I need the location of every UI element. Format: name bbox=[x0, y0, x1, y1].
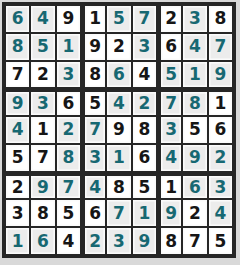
sudoku-cell-r3c3[interactable]: 3 bbox=[57, 62, 80, 88]
sudoku-cell-r7c2[interactable]: 9 bbox=[31, 173, 54, 199]
sudoku-cell-r3c2[interactable]: 2 bbox=[31, 62, 54, 88]
sudoku-cell-r9c7[interactable]: 8 bbox=[158, 228, 181, 254]
sudoku-cell-r4c2[interactable]: 3 bbox=[31, 89, 54, 115]
sudoku-cell-r1c3[interactable]: 9 bbox=[57, 6, 80, 32]
sudoku-cell-r6c1[interactable]: 5 bbox=[6, 145, 29, 171]
sudoku-cell-r8c7[interactable]: 9 bbox=[158, 200, 181, 226]
sudoku-cell-r8c9[interactable]: 4 bbox=[209, 200, 232, 226]
sudoku-cell-r8c2[interactable]: 8 bbox=[31, 200, 54, 226]
sudoku-cell-r2c4[interactable]: 9 bbox=[82, 34, 105, 60]
sudoku-cell-r5c1[interactable]: 4 bbox=[6, 117, 29, 143]
sudoku-cell-r8c8[interactable]: 2 bbox=[183, 200, 206, 226]
sudoku-cell-r6c9[interactable]: 2 bbox=[209, 145, 232, 171]
sudoku-cell-r7c5[interactable]: 8 bbox=[107, 173, 130, 199]
sudoku-cell-r2c9[interactable]: 7 bbox=[209, 34, 232, 60]
sudoku-cell-r6c2[interactable]: 7 bbox=[31, 145, 54, 171]
sudoku-cell-r2c8[interactable]: 4 bbox=[183, 34, 206, 60]
sudoku-cell-r3c1[interactable]: 7 bbox=[6, 62, 29, 88]
sudoku-cell-r3c9[interactable]: 9 bbox=[209, 62, 232, 88]
sudoku-cell-r9c3[interactable]: 4 bbox=[57, 228, 80, 254]
sudoku-cell-r4c4[interactable]: 5 bbox=[82, 89, 105, 115]
sudoku-cell-r9c2[interactable]: 6 bbox=[31, 228, 54, 254]
sudoku-cell-r3c4[interactable]: 8 bbox=[82, 62, 105, 88]
sudoku-cell-r4c9[interactable]: 1 bbox=[209, 89, 232, 115]
sudoku-cell-r1c5[interactable]: 5 bbox=[107, 6, 130, 32]
sudoku-board: 6491572388519236477238645199365427814127… bbox=[2, 2, 236, 258]
sudoku-cell-r9c9[interactable]: 5 bbox=[209, 228, 232, 254]
sudoku-cell-r2c1[interactable]: 8 bbox=[6, 34, 29, 60]
sudoku-cell-r4c1[interactable]: 9 bbox=[6, 89, 29, 115]
sudoku-cell-r1c6[interactable]: 7 bbox=[133, 6, 156, 32]
sudoku-cell-r3c7[interactable]: 5 bbox=[158, 62, 181, 88]
sudoku-cell-r6c5[interactable]: 1 bbox=[107, 145, 130, 171]
sudoku-cell-r8c1[interactable]: 3 bbox=[6, 200, 29, 226]
sudoku-cell-r1c8[interactable]: 3 bbox=[183, 6, 206, 32]
sudoku-cell-r2c3[interactable]: 1 bbox=[57, 34, 80, 60]
sudoku-cell-r6c6[interactable]: 6 bbox=[133, 145, 156, 171]
sudoku-cell-r9c1[interactable]: 1 bbox=[6, 228, 29, 254]
sudoku-cell-r9c6[interactable]: 9 bbox=[133, 228, 156, 254]
sudoku-cell-r8c3[interactable]: 5 bbox=[57, 200, 80, 226]
sudoku-cell-r9c5[interactable]: 3 bbox=[107, 228, 130, 254]
sudoku-cell-r3c6[interactable]: 4 bbox=[133, 62, 156, 88]
sudoku-cell-r7c4[interactable]: 4 bbox=[82, 173, 105, 199]
sudoku-cell-r3c5[interactable]: 6 bbox=[107, 62, 130, 88]
sudoku-cell-r2c7[interactable]: 6 bbox=[158, 34, 181, 60]
sudoku-cell-r8c4[interactable]: 6 bbox=[82, 200, 105, 226]
sudoku-cell-r9c4[interactable]: 2 bbox=[82, 228, 105, 254]
sudoku-cell-r5c4[interactable]: 7 bbox=[82, 117, 105, 143]
sudoku-cell-r2c2[interactable]: 5 bbox=[31, 34, 54, 60]
sudoku-cell-r7c6[interactable]: 5 bbox=[133, 173, 156, 199]
sudoku-cell-r1c7[interactable]: 2 bbox=[158, 6, 181, 32]
sudoku-cell-r4c8[interactable]: 8 bbox=[183, 89, 206, 115]
sudoku-cell-r5c2[interactable]: 1 bbox=[31, 117, 54, 143]
sudoku-cell-r4c3[interactable]: 6 bbox=[57, 89, 80, 115]
sudoku-cell-r1c2[interactable]: 4 bbox=[31, 6, 54, 32]
sudoku-cell-r4c7[interactable]: 7 bbox=[158, 89, 181, 115]
sudoku-cell-r4c6[interactable]: 2 bbox=[133, 89, 156, 115]
sudoku-cell-r5c8[interactable]: 5 bbox=[183, 117, 206, 143]
sudoku-cell-r8c6[interactable]: 1 bbox=[133, 200, 156, 226]
sudoku-cell-r6c7[interactable]: 4 bbox=[158, 145, 181, 171]
sudoku-cell-r7c7[interactable]: 1 bbox=[158, 173, 181, 199]
sudoku-cell-r1c9[interactable]: 8 bbox=[209, 6, 232, 32]
sudoku-cell-r7c3[interactable]: 7 bbox=[57, 173, 80, 199]
sudoku-cell-r6c4[interactable]: 3 bbox=[82, 145, 105, 171]
sudoku-cell-r5c3[interactable]: 2 bbox=[57, 117, 80, 143]
sudoku-cell-r2c6[interactable]: 3 bbox=[133, 34, 156, 60]
sudoku-cell-r5c6[interactable]: 8 bbox=[133, 117, 156, 143]
sudoku-cell-r6c3[interactable]: 8 bbox=[57, 145, 80, 171]
sudoku-cell-r2c5[interactable]: 2 bbox=[107, 34, 130, 60]
sudoku-cell-r5c7[interactable]: 3 bbox=[158, 117, 181, 143]
sudoku-cell-r4c5[interactable]: 4 bbox=[107, 89, 130, 115]
sudoku-cell-r1c4[interactable]: 1 bbox=[82, 6, 105, 32]
sudoku-cell-r5c5[interactable]: 9 bbox=[107, 117, 130, 143]
sudoku-cell-r7c1[interactable]: 2 bbox=[6, 173, 29, 199]
sudoku-cell-r8c5[interactable]: 7 bbox=[107, 200, 130, 226]
sudoku-cell-r5c9[interactable]: 6 bbox=[209, 117, 232, 143]
sudoku-cell-r1c1[interactable]: 6 bbox=[6, 6, 29, 32]
sudoku-cell-r3c8[interactable]: 1 bbox=[183, 62, 206, 88]
sudoku-cell-r7c9[interactable]: 3 bbox=[209, 173, 232, 199]
sudoku-cell-r7c8[interactable]: 6 bbox=[183, 173, 206, 199]
sudoku-cell-r9c8[interactable]: 7 bbox=[183, 228, 206, 254]
sudoku-cell-r6c8[interactable]: 9 bbox=[183, 145, 206, 171]
